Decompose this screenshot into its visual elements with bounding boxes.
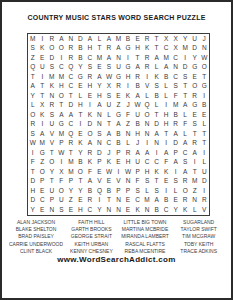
grid-cell[interactable]: E <box>95 167 105 177</box>
grid-cell[interactable]: D <box>199 177 209 187</box>
grid-cell[interactable]: C <box>104 139 114 149</box>
grid-cell[interactable]: H <box>95 91 105 101</box>
grid-cell[interactable]: M <box>38 139 48 149</box>
grid-cell[interactable]: S <box>133 186 143 196</box>
grid-cell[interactable]: N <box>47 205 57 215</box>
grid-cell[interactable]: K <box>133 205 143 215</box>
grid-cell[interactable]: E <box>38 186 48 196</box>
grid-cell[interactable]: A <box>190 148 200 158</box>
grid-cell[interactable]: L <box>152 101 162 111</box>
grid-cell[interactable]: C <box>142 158 152 168</box>
grid-cell[interactable]: R <box>199 196 209 206</box>
grid-cell[interactable]: L <box>76 91 86 101</box>
grid-cell[interactable]: P <box>38 177 48 187</box>
grid-cell[interactable]: M <box>57 72 67 82</box>
grid-cell[interactable]: B <box>161 72 171 82</box>
grid-cell[interactable]: R <box>66 139 76 149</box>
grid-cell[interactable]: R <box>28 120 38 130</box>
grid-cell[interactable]: G <box>76 72 86 82</box>
grid-cell[interactable]: N <box>95 139 105 149</box>
grid-cell[interactable]: O <box>190 82 200 92</box>
grid-cell[interactable]: M <box>161 53 171 63</box>
grid-cell[interactable]: I <box>199 148 209 158</box>
grid-cell[interactable]: B <box>76 53 86 63</box>
grid-cell[interactable]: Z <box>123 120 133 130</box>
grid-cell[interactable]: Y <box>76 63 86 73</box>
grid-cell[interactable]: X <box>104 82 114 92</box>
grid-cell[interactable]: T <box>66 148 76 158</box>
grid-cell[interactable]: O <box>28 110 38 120</box>
grid-cell[interactable]: Q <box>66 129 76 139</box>
grid-cell[interactable]: R <box>85 148 95 158</box>
grid-cell[interactable]: N <box>95 120 105 130</box>
grid-cell[interactable]: M <box>28 34 38 44</box>
grid-cell[interactable]: P <box>57 139 67 149</box>
grid-cell[interactable]: T <box>95 44 105 54</box>
grid-cell[interactable]: T <box>47 177 57 187</box>
grid-cell[interactable]: P <box>123 186 133 196</box>
grid-cell[interactable]: R <box>190 139 200 149</box>
grid-cell[interactable]: I <box>114 167 124 177</box>
grid-cell[interactable]: U <box>47 186 57 196</box>
grid-cell[interactable]: T <box>180 82 190 92</box>
grid-cell[interactable]: I <box>142 72 152 82</box>
grid-cell[interactable]: T <box>190 129 200 139</box>
grid-cell[interactable]: B <box>133 82 143 92</box>
grid-cell[interactable]: I <box>57 53 67 63</box>
grid-cell[interactable]: E <box>161 177 171 187</box>
grid-cell[interactable]: C <box>152 158 162 168</box>
grid-cell[interactable]: R <box>142 53 152 63</box>
grid-cell[interactable]: D <box>47 53 57 63</box>
grid-cell[interactable]: T <box>190 167 200 177</box>
grid-cell[interactable]: N <box>123 177 133 187</box>
grid-cell[interactable]: C <box>66 72 76 82</box>
grid-cell[interactable]: F <box>28 158 38 168</box>
grid-cell[interactable]: E <box>104 177 114 187</box>
grid-cell[interactable]: A <box>104 129 114 139</box>
grid-cell[interactable]: N <box>171 63 181 73</box>
grid-cell[interactable]: K <box>152 167 162 177</box>
grid-cell[interactable]: V <box>95 177 105 187</box>
grid-cell[interactable]: L <box>123 139 133 149</box>
grid-cell[interactable]: J <box>123 101 133 111</box>
grid-cell[interactable]: U <box>38 63 48 73</box>
grid-cell[interactable]: C <box>171 72 181 82</box>
grid-cell[interactable]: B <box>76 158 86 168</box>
grid-cell[interactable]: A <box>161 63 171 73</box>
grid-cell[interactable]: U <box>47 120 57 130</box>
grid-cell[interactable]: Y <box>28 91 38 101</box>
grid-cell[interactable]: E <box>76 82 86 92</box>
grid-cell[interactable]: L <box>104 110 114 120</box>
grid-cell[interactable]: H <box>161 120 171 130</box>
grid-cell[interactable]: T <box>133 53 143 63</box>
grid-cell[interactable]: A <box>133 148 143 158</box>
grid-cell[interactable]: M <box>190 177 200 187</box>
grid-cell[interactable]: O <box>47 158 57 168</box>
grid-cell[interactable]: P <box>95 158 105 168</box>
grid-cell[interactable]: Y <box>28 205 38 215</box>
grid-cell[interactable]: B <box>161 196 171 206</box>
grid-cell[interactable]: M <box>66 167 76 177</box>
grid-cell[interactable]: C <box>38 196 48 206</box>
grid-cell[interactable]: V <box>47 129 57 139</box>
grid-cell[interactable]: N <box>95 110 105 120</box>
grid-cell[interactable]: W <box>28 139 38 149</box>
grid-cell[interactable]: P <box>171 148 181 158</box>
grid-cell[interactable]: I <box>38 72 48 82</box>
grid-cell[interactable]: E <box>76 196 86 206</box>
grid-cell[interactable]: O <box>76 167 86 177</box>
grid-cell[interactable]: M <box>95 53 105 63</box>
grid-cell[interactable]: J <box>104 148 114 158</box>
grid-cell[interactable]: B <box>152 205 162 215</box>
grid-cell[interactable]: T <box>104 196 114 206</box>
grid-cell[interactable]: W <box>199 53 209 63</box>
grid-cell[interactable]: M <box>114 34 124 44</box>
grid-cell[interactable]: S <box>171 82 181 92</box>
grid-cell[interactable]: A <box>133 91 143 101</box>
grid-cell[interactable]: T <box>47 148 57 158</box>
grid-cell[interactable]: J <box>133 139 143 149</box>
grid-cell[interactable]: E <box>199 110 209 120</box>
grid-cell[interactable]: L <box>161 91 171 101</box>
grid-cell[interactable]: G <box>123 44 133 54</box>
grid-cell[interactable]: F <box>171 91 181 101</box>
grid-cell[interactable]: A <box>66 110 76 120</box>
grid-cell[interactable]: A <box>180 101 190 111</box>
grid-cell[interactable]: O <box>142 110 152 120</box>
grid-cell[interactable]: R <box>180 196 190 206</box>
grid-cell[interactable]: S <box>28 44 38 54</box>
grid-cell[interactable]: L <box>142 91 152 101</box>
grid-cell[interactable]: Y <box>47 167 57 177</box>
grid-cell[interactable]: S <box>85 63 95 73</box>
grid-cell[interactable]: T <box>152 44 162 54</box>
grid-cell[interactable]: I <box>123 82 133 92</box>
grid-cell[interactable]: E <box>190 72 200 82</box>
grid-cell[interactable]: N <box>114 205 124 215</box>
grid-cell[interactable]: K <box>38 110 48 120</box>
grid-cell[interactable]: G <box>57 120 67 130</box>
grid-cell[interactable]: D <box>85 120 95 130</box>
grid-cell[interactable]: L <box>180 129 190 139</box>
grid-cell[interactable]: S <box>190 120 200 130</box>
grid-cell[interactable]: W <box>104 167 114 177</box>
grid-cell[interactable]: H <box>76 101 86 111</box>
grid-cell[interactable]: Z <box>66 196 76 206</box>
grid-cell[interactable]: E <box>190 110 200 120</box>
grid-cell[interactable]: P <box>114 148 124 158</box>
grid-cell[interactable]: S <box>152 82 162 92</box>
grid-cell[interactable]: N <box>66 34 76 44</box>
grid-cell[interactable]: L <box>180 110 190 120</box>
grid-cell[interactable]: I <box>38 120 48 130</box>
grid-cell[interactable]: A <box>180 139 190 149</box>
grid-cell[interactable]: A <box>152 196 162 206</box>
grid-cell[interactable]: P <box>133 167 143 177</box>
grid-cell[interactable]: A <box>142 148 152 158</box>
grid-cell[interactable]: X <box>171 44 181 54</box>
grid-cell[interactable]: V <box>114 177 124 187</box>
grid-cell[interactable]: S <box>142 177 152 187</box>
grid-cell[interactable]: R <box>85 196 95 206</box>
grid-cell[interactable]: T <box>76 110 86 120</box>
grid-cell[interactable]: E <box>114 91 124 101</box>
grid-cell[interactable]: T <box>28 167 38 177</box>
grid-cell[interactable]: E <box>123 196 133 206</box>
grid-cell[interactable]: N <box>152 139 162 149</box>
grid-cell[interactable]: T <box>180 91 190 101</box>
grid-cell[interactable]: Z <box>190 186 200 196</box>
grid-cell[interactable]: K <box>85 158 95 168</box>
grid-cell[interactable]: K <box>47 82 57 92</box>
grid-cell[interactable]: N <box>142 120 152 130</box>
grid-cell[interactable]: M <box>57 129 67 139</box>
grid-cell[interactable]: T <box>57 101 67 111</box>
grid-cell[interactable]: A <box>152 53 162 63</box>
grid-cell[interactable]: T <box>66 91 76 101</box>
grid-cell[interactable]: I <box>28 148 38 158</box>
grid-cell[interactable]: I <box>161 101 171 111</box>
grid-cell[interactable]: I <box>76 120 86 130</box>
grid-cell[interactable]: I <box>152 148 162 158</box>
grid-cell[interactable]: R <box>142 34 152 44</box>
grid-cell[interactable]: Y <box>180 34 190 44</box>
grid-cell[interactable]: L <box>161 82 171 92</box>
grid-cell[interactable]: C <box>85 53 95 63</box>
grid-cell[interactable]: B <box>133 120 143 130</box>
grid-cell[interactable]: X <box>38 101 48 111</box>
grid-cell[interactable]: N <box>142 205 152 215</box>
grid-cell[interactable]: A <box>95 72 105 82</box>
grid-cell[interactable]: F <box>180 120 190 130</box>
grid-cell[interactable]: R <box>85 72 95 82</box>
grid-cell[interactable]: T <box>152 34 162 44</box>
grid-cell[interactable]: K <box>123 91 133 101</box>
grid-cell[interactable]: P <box>66 177 76 187</box>
grid-cell[interactable]: Y <box>95 82 105 92</box>
grid-cell[interactable]: B <box>123 34 133 44</box>
grid-cell[interactable]: L <box>28 101 38 111</box>
grid-cell[interactable]: R <box>133 72 143 82</box>
grid-cell[interactable]: R <box>171 120 181 130</box>
grid-cell[interactable]: K <box>161 167 171 177</box>
grid-cell[interactable]: L <box>190 205 200 215</box>
grid-cell[interactable]: I <box>161 186 171 196</box>
grid-cell[interactable]: A <box>85 34 95 44</box>
grid-cell[interactable]: H <box>142 167 152 177</box>
grid-cell[interactable]: E <box>133 34 143 44</box>
grid-cell[interactable]: I <box>57 158 67 168</box>
grid-cell[interactable]: F <box>85 167 95 177</box>
grid-cell[interactable]: J <box>199 34 209 44</box>
grid-cell[interactable]: Q <box>66 63 76 73</box>
grid-cell[interactable]: U <box>104 101 114 111</box>
grid-cell[interactable]: P <box>114 186 124 196</box>
grid-cell[interactable]: V <box>199 205 209 215</box>
grid-cell[interactable]: E <box>38 205 48 215</box>
grid-cell[interactable]: Q <box>28 63 38 73</box>
grid-cell[interactable]: F <box>161 158 171 168</box>
grid-cell[interactable]: C <box>57 63 67 73</box>
grid-cell[interactable]: G <box>114 72 124 82</box>
grid-cell[interactable]: B <box>104 186 114 196</box>
grid-cell[interactable]: A <box>114 120 124 130</box>
grid-cell[interactable]: V <box>142 82 152 92</box>
grid-cell[interactable]: R <box>104 44 114 54</box>
grid-cell[interactable]: K <box>76 139 86 149</box>
grid-cell[interactable]: I <box>95 196 105 206</box>
grid-cell[interactable]: C <box>171 53 181 63</box>
grid-cell[interactable]: M <box>180 44 190 54</box>
grid-cell[interactable]: G <box>190 101 200 111</box>
grid-cell[interactable]: E <box>38 53 48 63</box>
grid-cell[interactable]: K <box>152 72 162 82</box>
grid-cell[interactable]: H <box>85 44 95 54</box>
grid-cell[interactable]: G <box>190 63 200 73</box>
grid-cell[interactable]: M <box>142 196 152 206</box>
grid-cell[interactable]: T <box>199 72 209 82</box>
grid-cell[interactable]: A <box>152 129 162 139</box>
grid-cell[interactable]: N <box>142 129 152 139</box>
grid-cell[interactable]: I <box>38 34 48 44</box>
grid-cell[interactable]: A <box>85 139 95 149</box>
grid-cell[interactable]: E <box>66 205 76 215</box>
grid-cell[interactable]: S <box>47 63 57 73</box>
grid-cell[interactable]: D <box>171 139 181 149</box>
grid-cell[interactable]: E <box>114 158 124 168</box>
grid-cell[interactable]: T <box>199 129 209 139</box>
grid-cell[interactable]: U <box>190 34 200 44</box>
grid-cell[interactable]: L <box>95 34 105 44</box>
grid-cell[interactable]: S <box>57 205 67 215</box>
grid-cell[interactable]: D <box>76 34 86 44</box>
grid-cell[interactable]: Y <box>95 205 105 215</box>
grid-cell[interactable]: C <box>133 196 143 206</box>
grid-cell[interactable]: H <box>76 205 86 215</box>
grid-cell[interactable]: T <box>28 72 38 82</box>
grid-cell[interactable]: S <box>104 63 114 73</box>
grid-cell[interactable]: I <box>180 53 190 63</box>
grid-cell[interactable]: U <box>133 110 143 120</box>
grid-cell[interactable]: B <box>199 101 209 111</box>
grid-cell[interactable]: H <box>123 158 133 168</box>
grid-cell[interactable]: Z <box>38 158 48 168</box>
grid-cell[interactable]: H <box>133 129 143 139</box>
grid-cell[interactable]: S <box>180 72 190 82</box>
grid-cell[interactable]: G <box>123 63 133 73</box>
grid-cell[interactable]: T <box>38 82 48 92</box>
grid-cell[interactable]: R <box>142 63 152 73</box>
grid-cell[interactable]: A <box>95 101 105 111</box>
grid-cell[interactable]: T <box>199 139 209 149</box>
grid-cell[interactable]: K <box>142 44 152 54</box>
grid-cell[interactable]: V <box>47 139 57 149</box>
grid-cell[interactable]: Y <box>171 205 181 215</box>
grid-cell[interactable]: Q <box>95 186 105 196</box>
grid-cell[interactable]: E <box>171 196 181 206</box>
grid-cell[interactable]: W <box>133 101 143 111</box>
grid-cell[interactable]: T <box>161 129 171 139</box>
grid-cell[interactable]: A <box>38 129 48 139</box>
grid-cell[interactable]: B <box>76 44 86 54</box>
grid-cell[interactable]: A <box>57 110 67 120</box>
grid-cell[interactable]: O <box>57 91 67 101</box>
grid-cell[interactable]: E <box>76 129 86 139</box>
grid-cell[interactable]: M <box>66 158 76 168</box>
grid-cell[interactable]: E <box>85 91 95 101</box>
grid-cell[interactable]: I <box>171 167 181 177</box>
grid-cell[interactable]: U <box>199 167 209 177</box>
grid-cell[interactable]: W <box>123 167 133 177</box>
grid-cell[interactable]: I <box>161 139 171 149</box>
grid-cell[interactable]: S <box>95 129 105 139</box>
grid-cell[interactable]: F <box>57 177 67 187</box>
grid-cell[interactable]: A <box>57 34 67 44</box>
grid-cell[interactable]: H <box>133 44 143 54</box>
grid-cell[interactable]: A <box>104 53 114 63</box>
grid-cell[interactable]: Z <box>114 101 124 111</box>
grid-cell[interactable]: I <box>199 91 209 101</box>
grid-cell[interactable]: H <box>161 110 171 120</box>
grid-cell[interactable]: K <box>104 158 114 168</box>
grid-cell[interactable]: M <box>171 101 181 111</box>
grid-cell[interactable]: A <box>180 167 190 177</box>
grid-cell[interactable]: H <box>57 82 67 92</box>
grid-cell[interactable]: T <box>152 110 162 120</box>
grid-cell[interactable]: N <box>114 196 124 206</box>
grid-cell[interactable]: G <box>38 148 48 158</box>
grid-cell[interactable]: X <box>57 167 67 177</box>
grid-cell[interactable]: S <box>180 158 190 168</box>
grid-cell[interactable]: T <box>76 177 86 187</box>
grid-cell[interactable]: N <box>199 44 209 54</box>
grid-cell[interactable]: A <box>28 82 38 92</box>
grid-cell[interactable]: I <box>123 53 133 63</box>
grid-cell[interactable]: U <box>133 158 143 168</box>
grid-cell[interactable]: X <box>161 34 171 44</box>
grid-cell[interactable]: Q <box>142 101 152 111</box>
grid-cell[interactable]: S <box>47 110 57 120</box>
grid-cell[interactable]: C <box>161 44 171 54</box>
grid-cell[interactable]: D <box>95 148 105 158</box>
grid-cell[interactable]: N <box>190 196 200 206</box>
grid-cell[interactable]: D <box>152 120 162 130</box>
grid-cell[interactable]: B <box>114 139 124 149</box>
grid-cell[interactable]: W <box>104 72 114 82</box>
grid-cell[interactable]: R <box>66 53 76 63</box>
grid-cell[interactable]: D <box>180 63 190 73</box>
grid-cell[interactable]: H <box>123 72 133 82</box>
grid-cell[interactable]: A <box>114 44 124 54</box>
grid-cell[interactable]: R <box>123 148 133 158</box>
grid-cell[interactable]: Y <box>76 148 86 158</box>
grid-cell[interactable]: B <box>171 110 181 120</box>
grid-cell[interactable]: C <box>85 205 95 215</box>
grid-cell[interactable]: O <box>85 129 95 139</box>
grid-cell[interactable]: H <box>28 186 38 196</box>
grid-cell[interactable]: N <box>123 129 133 139</box>
grid-cell[interactable]: W <box>57 148 67 158</box>
grid-cell[interactable]: L <box>152 63 162 73</box>
grid-cell[interactable]: L <box>199 120 209 130</box>
grid-cell[interactable]: O <box>57 186 67 196</box>
grid-cell[interactable]: A <box>171 129 181 139</box>
grid-cell[interactable]: Y <box>76 186 86 196</box>
grid-cell[interactable]: K <box>85 110 95 120</box>
